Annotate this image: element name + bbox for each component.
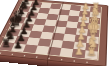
square-h1: ♜: [85, 50, 98, 59]
square-h2: ♟: [72, 49, 86, 58]
black-pawn: ♟: [13, 40, 22, 50]
black-rook: ♜: [1, 38, 11, 49]
square-d3: [66, 21, 78, 28]
chess-board-frame: ♜♟♟♜♞♟♟♞♝♟♟♝♛♟♟♛♚♟♟♚♝♟♟♝♞♟♟♞♜♟♟♜: [0, 0, 108, 66]
white-pawn: ♟: [74, 46, 83, 56]
product-photo-scene: ♜♟♟♜♞♟♟♞♝♟♟♝♛♟♟♛♚♟♟♚♝♟♟♝♞♟♟♞♜♟♟♜: [0, 0, 110, 66]
white-rook: ♜: [86, 46, 96, 57]
